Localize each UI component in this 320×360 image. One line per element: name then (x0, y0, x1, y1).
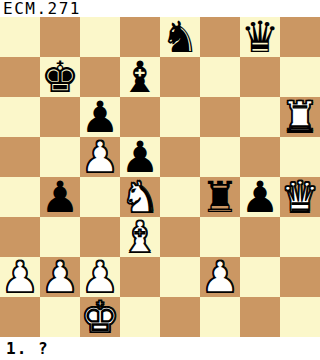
square-f8[interactable] (200, 17, 240, 57)
square-f3[interactable] (200, 217, 240, 257)
square-b7[interactable]: ♚ (40, 57, 80, 97)
piece-black-bishop: ♝ (121, 57, 160, 97)
square-b4[interactable]: ♟ (40, 177, 80, 217)
square-c4[interactable] (80, 177, 120, 217)
square-h2[interactable] (280, 257, 320, 297)
square-d7[interactable]: ♝ (120, 57, 160, 97)
square-e7[interactable] (160, 57, 200, 97)
square-b6[interactable] (40, 97, 80, 137)
chess-board: ♞♛♚♝♟♜♟♟♟♞♜♟♛♝♟♟♟♟♚ (0, 17, 320, 337)
square-d3[interactable]: ♝ (120, 217, 160, 257)
piece-white-pawn: ♟ (201, 257, 240, 297)
square-f7[interactable] (200, 57, 240, 97)
move-prompt: 1. ? (0, 340, 49, 358)
square-e4[interactable] (160, 177, 200, 217)
square-g3[interactable] (240, 217, 280, 257)
square-h5[interactable] (280, 137, 320, 177)
piece-black-pawn: ♟ (241, 177, 280, 217)
square-f6[interactable] (200, 97, 240, 137)
square-h8[interactable] (280, 17, 320, 57)
square-a8[interactable] (0, 17, 40, 57)
square-e6[interactable] (160, 97, 200, 137)
square-c5[interactable]: ♟ (80, 137, 120, 177)
square-c2[interactable]: ♟ (80, 257, 120, 297)
square-f5[interactable] (200, 137, 240, 177)
piece-black-king: ♚ (41, 57, 80, 97)
square-a7[interactable] (0, 57, 40, 97)
square-c6[interactable]: ♟ (80, 97, 120, 137)
square-e1[interactable] (160, 297, 200, 337)
square-b8[interactable] (40, 17, 80, 57)
square-d2[interactable] (120, 257, 160, 297)
chess-diagram-app: ECM.271 ♞♛♚♝♟♜♟♟♟♞♜♟♛♝♟♟♟♟♚ 1. ? (0, 0, 320, 360)
square-c1[interactable]: ♚ (80, 297, 120, 337)
square-g2[interactable] (240, 257, 280, 297)
piece-white-pawn: ♟ (41, 257, 80, 297)
piece-black-pawn: ♟ (41, 177, 80, 217)
square-d4[interactable]: ♞ (120, 177, 160, 217)
square-d5[interactable]: ♟ (120, 137, 160, 177)
square-h1[interactable] (280, 297, 320, 337)
square-a5[interactable] (0, 137, 40, 177)
square-c3[interactable] (80, 217, 120, 257)
square-h3[interactable] (280, 217, 320, 257)
square-b1[interactable] (40, 297, 80, 337)
square-a2[interactable]: ♟ (0, 257, 40, 297)
piece-white-queen: ♛ (281, 177, 320, 217)
square-d8[interactable] (120, 17, 160, 57)
square-a3[interactable] (0, 217, 40, 257)
piece-black-knight: ♞ (161, 17, 200, 57)
square-f2[interactable]: ♟ (200, 257, 240, 297)
piece-white-pawn: ♟ (81, 257, 120, 297)
square-e2[interactable] (160, 257, 200, 297)
square-a6[interactable] (0, 97, 40, 137)
square-h6[interactable]: ♜ (280, 97, 320, 137)
square-b5[interactable] (40, 137, 80, 177)
square-b2[interactable]: ♟ (40, 257, 80, 297)
piece-black-rook: ♜ (201, 177, 240, 217)
square-a1[interactable] (0, 297, 40, 337)
square-f4[interactable]: ♜ (200, 177, 240, 217)
piece-white-pawn: ♟ (1, 257, 40, 297)
square-c7[interactable] (80, 57, 120, 97)
square-g6[interactable] (240, 97, 280, 137)
square-b3[interactable] (40, 217, 80, 257)
piece-black-queen: ♛ (241, 17, 280, 57)
square-e5[interactable] (160, 137, 200, 177)
piece-white-pawn: ♟ (81, 137, 120, 177)
square-h7[interactable] (280, 57, 320, 97)
square-d6[interactable] (120, 97, 160, 137)
square-f1[interactable] (200, 297, 240, 337)
square-g8[interactable]: ♛ (240, 17, 280, 57)
piece-black-pawn: ♟ (121, 137, 160, 177)
footer-bar: 1. ? (0, 337, 320, 360)
square-g1[interactable] (240, 297, 280, 337)
square-g5[interactable] (240, 137, 280, 177)
square-h4[interactable]: ♛ (280, 177, 320, 217)
piece-white-bishop: ♝ (121, 217, 160, 257)
piece-black-pawn: ♟ (81, 97, 120, 137)
piece-white-knight: ♞ (121, 177, 160, 217)
square-e8[interactable]: ♞ (160, 17, 200, 57)
piece-white-king: ♚ (81, 297, 120, 337)
square-a4[interactable] (0, 177, 40, 217)
square-e3[interactable] (160, 217, 200, 257)
page-title: ECM.271 (0, 1, 81, 17)
square-g4[interactable]: ♟ (240, 177, 280, 217)
square-g7[interactable] (240, 57, 280, 97)
square-c8[interactable] (80, 17, 120, 57)
piece-white-rook: ♜ (281, 97, 320, 137)
square-d1[interactable] (120, 297, 160, 337)
